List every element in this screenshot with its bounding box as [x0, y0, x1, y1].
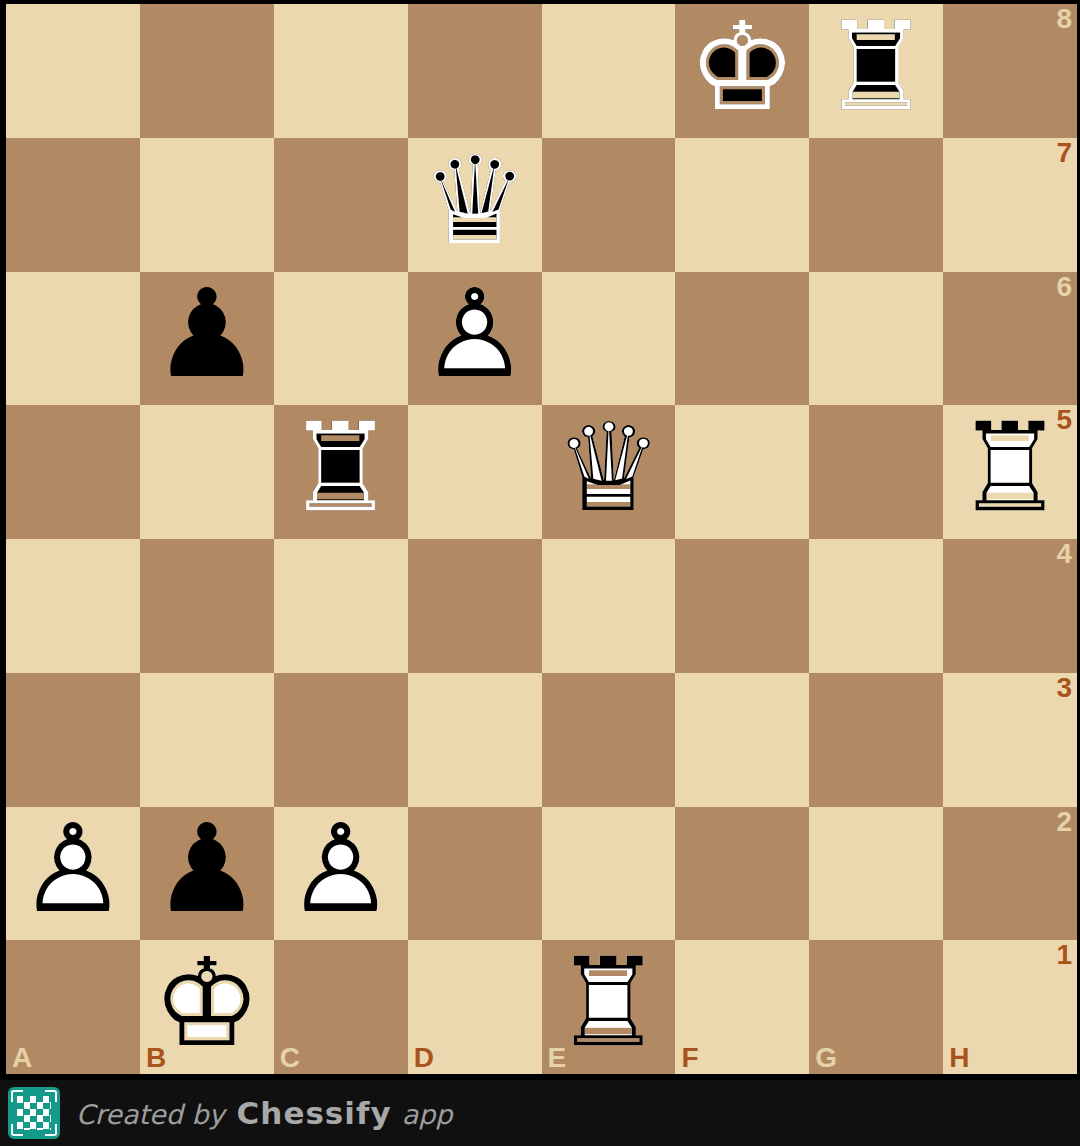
rank-label-2: 2 — [1056, 808, 1072, 836]
square-c4[interactable] — [274, 539, 408, 673]
square-e3[interactable] — [542, 673, 676, 807]
square-e2[interactable] — [542, 807, 676, 941]
piece-white-pawn[interactable]: ♟♙ — [274, 807, 408, 941]
footer-bar: Created by Chessify app — [0, 1080, 1080, 1146]
square-f2[interactable] — [675, 807, 809, 941]
piece-black-pawn[interactable]: ♟ — [140, 807, 274, 941]
square-f3[interactable] — [675, 673, 809, 807]
square-g7[interactable] — [809, 138, 943, 272]
file-label-f: F — [681, 1044, 698, 1072]
square-a5[interactable] — [6, 405, 140, 539]
square-f8[interactable]: ♚♔ — [675, 4, 809, 138]
chessify-logo-icon — [8, 1087, 60, 1139]
square-h7[interactable]: 7 — [943, 138, 1077, 272]
file-label-a: A — [12, 1044, 32, 1072]
square-a3[interactable] — [6, 673, 140, 807]
file-label-c: C — [280, 1044, 300, 1072]
square-a7[interactable] — [6, 138, 140, 272]
square-a4[interactable] — [6, 539, 140, 673]
square-b7[interactable] — [140, 138, 274, 272]
piece-white-rook[interactable]: ♜♖ — [943, 405, 1077, 539]
chess-board-frame: ♚♔♜♖8♛♕7♟♟♙6♜♖♛♕5♜♖43♟♙♟♟♙2AB♚♔CDE♜♖FG1H — [0, 0, 1080, 1080]
piece-white-pawn[interactable]: ♟♙ — [408, 272, 542, 406]
square-h5[interactable]: 5♜♖ — [943, 405, 1077, 539]
square-h3[interactable]: 3 — [943, 673, 1077, 807]
square-d4[interactable] — [408, 539, 542, 673]
piece-black-queen[interactable]: ♛♕ — [408, 138, 542, 272]
square-f4[interactable] — [675, 539, 809, 673]
piece-white-pawn[interactable]: ♟♙ — [6, 807, 140, 941]
white-rook-outline: ♖ — [554, 942, 663, 1064]
square-e6[interactable] — [542, 272, 676, 406]
square-h1[interactable]: 1H — [943, 940, 1077, 1074]
file-label-h: H — [949, 1044, 969, 1072]
square-e7[interactable] — [542, 138, 676, 272]
piece-white-rook[interactable]: ♜♖ — [542, 940, 676, 1074]
square-g3[interactable] — [809, 673, 943, 807]
square-g2[interactable] — [809, 807, 943, 941]
white-rook-outline: ♖ — [955, 407, 1064, 529]
square-f1[interactable]: F — [675, 940, 809, 1074]
black-pawn-glyph: ♟ — [152, 809, 261, 931]
rank-label-7: 7 — [1056, 139, 1072, 167]
piece-black-rook[interactable]: ♜♖ — [274, 405, 408, 539]
rank-label-3: 3 — [1056, 674, 1072, 702]
chess-board: ♚♔♜♖8♛♕7♟♟♙6♜♖♛♕5♜♖43♟♙♟♟♙2AB♚♔CDE♜♖FG1H — [6, 4, 1077, 1074]
white-pawn-outline: ♙ — [18, 809, 127, 931]
square-h4[interactable]: 4 — [943, 539, 1077, 673]
square-e8[interactable] — [542, 4, 676, 138]
white-queen-outline: ♕ — [554, 407, 663, 529]
square-f6[interactable] — [675, 272, 809, 406]
rank-label-1: 1 — [1056, 941, 1072, 969]
black-rook-outline: ♖ — [286, 407, 395, 529]
piece-white-queen[interactable]: ♛♕ — [542, 405, 676, 539]
black-king-outline: ♔ — [688, 6, 797, 128]
square-f5[interactable] — [675, 405, 809, 539]
square-a2[interactable]: ♟♙ — [6, 807, 140, 941]
white-king-outline: ♔ — [152, 942, 261, 1064]
black-queen-outline: ♕ — [420, 140, 529, 262]
square-e4[interactable] — [542, 539, 676, 673]
square-e5[interactable]: ♛♕ — [542, 405, 676, 539]
black-pawn-glyph: ♟ — [152, 274, 261, 396]
piece-black-pawn[interactable]: ♟ — [140, 272, 274, 406]
logo-checkerboard-icon — [17, 1096, 51, 1130]
file-label-g: G — [815, 1044, 837, 1072]
app-text: app — [402, 1099, 453, 1130]
square-g6[interactable] — [809, 272, 943, 406]
square-a8[interactable] — [6, 4, 140, 138]
square-b5[interactable] — [140, 405, 274, 539]
piece-black-king[interactable]: ♚♔ — [675, 4, 809, 138]
rank-label-8: 8 — [1056, 5, 1072, 33]
square-c8[interactable] — [274, 4, 408, 138]
square-a6[interactable] — [6, 272, 140, 406]
white-pawn-outline: ♙ — [286, 809, 395, 931]
square-c2[interactable]: ♟♙ — [274, 807, 408, 941]
white-pawn-outline: ♙ — [420, 274, 529, 396]
square-c1[interactable]: C — [274, 940, 408, 1074]
square-b8[interactable] — [140, 4, 274, 138]
square-h6[interactable]: 6 — [943, 272, 1077, 406]
square-h8[interactable]: 8 — [943, 4, 1077, 138]
rank-label-6: 6 — [1056, 273, 1072, 301]
square-b4[interactable] — [140, 539, 274, 673]
square-d5[interactable] — [408, 405, 542, 539]
square-b6[interactable]: ♟ — [140, 272, 274, 406]
file-label-d: D — [414, 1044, 434, 1072]
square-c3[interactable] — [274, 673, 408, 807]
rank-label-4: 4 — [1056, 540, 1072, 568]
square-b1[interactable]: B♚♔ — [140, 940, 274, 1074]
square-f7[interactable] — [675, 138, 809, 272]
created-by-text: Created by — [76, 1099, 225, 1130]
square-g5[interactable] — [809, 405, 943, 539]
square-c6[interactable] — [274, 272, 408, 406]
square-g8[interactable]: ♜♖ — [809, 4, 943, 138]
square-d2[interactable] — [408, 807, 542, 941]
square-g4[interactable] — [809, 539, 943, 673]
square-c7[interactable] — [274, 138, 408, 272]
square-h2[interactable]: 2 — [943, 807, 1077, 941]
square-b2[interactable]: ♟ — [140, 807, 274, 941]
footer-credit: Created by Chessify app — [76, 1095, 452, 1131]
square-e1[interactable]: E♜♖ — [542, 940, 676, 1074]
square-a1[interactable]: A — [6, 940, 140, 1074]
square-d7[interactable]: ♛♕ — [408, 138, 542, 272]
square-d6[interactable]: ♟♙ — [408, 272, 542, 406]
square-c5[interactable]: ♜♖ — [274, 405, 408, 539]
square-d8[interactable] — [408, 4, 542, 138]
black-rook-outline: ♖ — [822, 6, 931, 128]
square-d3[interactable] — [408, 673, 542, 807]
piece-black-rook[interactable]: ♜♖ — [809, 4, 943, 138]
square-b3[interactable] — [140, 673, 274, 807]
square-g1[interactable]: G — [809, 940, 943, 1074]
square-d1[interactable]: D — [408, 940, 542, 1074]
piece-white-king[interactable]: ♚♔ — [140, 940, 274, 1074]
brand-name: Chessify — [237, 1095, 392, 1131]
